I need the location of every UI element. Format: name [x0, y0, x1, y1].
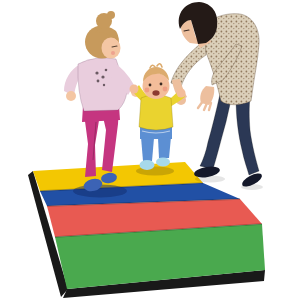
toddler-shirt-torso [139, 95, 173, 131]
toddler-right-cheek [163, 87, 168, 92]
girl-face [102, 38, 121, 59]
toddler-left-cheek [145, 88, 150, 93]
toddler-right-shoe [156, 157, 170, 166]
toddler-right-jean-leg [158, 137, 171, 158]
girl-left-hand [66, 91, 76, 101]
toddler-left-shoe [140, 160, 155, 170]
toddler-right-eye [160, 83, 163, 86]
scene-illustration [0, 0, 300, 300]
product-photo [0, 0, 300, 300]
toddler-right-hand [177, 89, 186, 98]
toddler-open-mouth [152, 90, 159, 96]
toddler-left-eye [149, 84, 152, 87]
girl-cheek [111, 51, 115, 55]
toddler-left-hand [130, 85, 139, 94]
toddler-left-jean-leg [141, 137, 154, 161]
girl-hair-bun-wisp [107, 11, 115, 19]
